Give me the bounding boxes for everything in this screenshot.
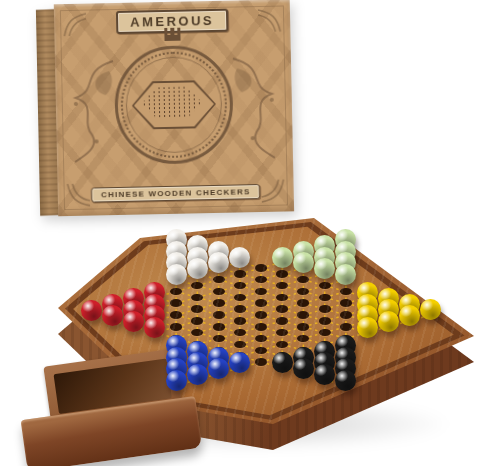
corner-flourish-icon <box>65 182 92 209</box>
marble-yellow[interactable] <box>399 305 420 326</box>
marble-black[interactable] <box>314 364 335 385</box>
marble-green[interactable] <box>272 247 293 268</box>
marble-blue[interactable] <box>166 370 187 391</box>
marble-red[interactable] <box>81 300 102 321</box>
corner-flourish-icon <box>62 12 89 39</box>
box-lid: AMEROUS CHINESE WOODEN C <box>54 0 294 216</box>
flourish-icon <box>229 52 283 163</box>
flourish-icon <box>65 55 119 166</box>
product-photo: AMEROUS CHINESE WOODEN C <box>0 0 500 466</box>
marble-green[interactable] <box>293 252 314 273</box>
marble-blue[interactable] <box>229 352 250 373</box>
marble-green[interactable] <box>335 264 356 285</box>
box-emblem <box>114 45 234 165</box>
corner-flourish-icon <box>259 177 286 204</box>
marble-blue[interactable] <box>208 358 229 379</box>
marble-white[interactable] <box>208 252 229 273</box>
marble-red[interactable] <box>102 305 123 326</box>
corner-flourish-icon <box>256 8 283 35</box>
marble-yellow[interactable] <box>420 299 441 320</box>
marble-white[interactable] <box>229 247 250 268</box>
crown-icon <box>164 28 180 41</box>
marble-yellow[interactable] <box>357 317 378 338</box>
product-box: AMEROUS CHINESE WOODEN C <box>36 0 294 221</box>
marble-green[interactable] <box>314 258 335 279</box>
marble-white[interactable] <box>166 264 187 285</box>
marble-black[interactable] <box>293 358 314 379</box>
marble-blue[interactable] <box>187 364 208 385</box>
marble-white[interactable] <box>187 258 208 279</box>
marble-red[interactable] <box>123 311 144 332</box>
marble-layer <box>8 212 478 424</box>
marble-red[interactable] <box>144 317 165 338</box>
marble-black[interactable] <box>335 370 356 391</box>
marble-black[interactable] <box>272 352 293 373</box>
marble-yellow[interactable] <box>378 311 399 332</box>
